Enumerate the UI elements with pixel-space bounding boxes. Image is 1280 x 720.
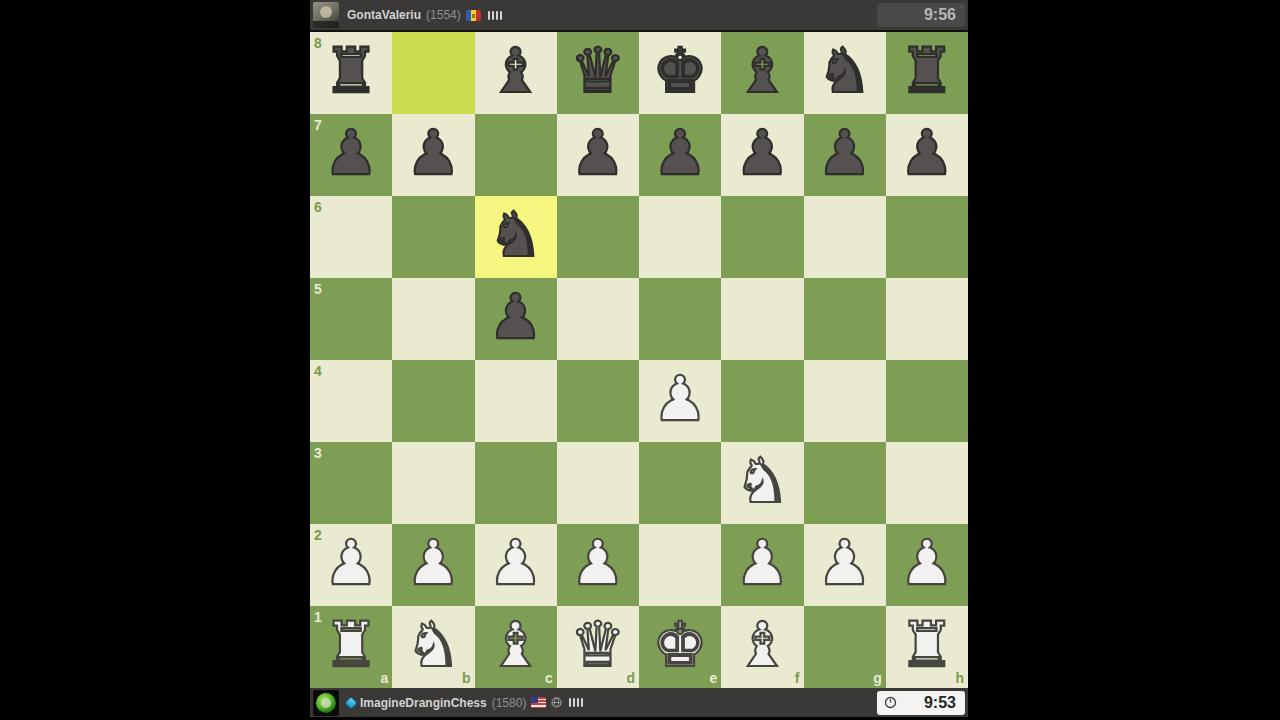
square-a4[interactable]: 4 — [310, 360, 392, 442]
piece-white-pawn-b2[interactable]: ♟ — [406, 532, 462, 594]
piece-black-queen-d8[interactable]: ♛ — [570, 40, 626, 102]
file-label-h: h — [955, 671, 964, 685]
file-label-e: e — [709, 671, 717, 685]
bottom-player-rating: (1580) — [492, 696, 527, 710]
piece-black-pawn-e7[interactable]: ♟ — [652, 122, 708, 184]
chess-board: 8♜♝♛♚♝♞♜7♟♟♟♟♟♟♟6♞5♟4♟3♞2♟♟♟♟♟♟♟1a♜b♞c♝d… — [310, 32, 968, 688]
square-g5[interactable] — [804, 278, 886, 360]
square-d7[interactable]: ♟ — [557, 114, 639, 196]
square-f8[interactable]: ♝ — [721, 32, 803, 114]
piece-black-pawn-a7[interactable]: ♟ — [323, 122, 379, 184]
square-f1[interactable]: f♝ — [721, 606, 803, 688]
file-label-d: d — [626, 671, 635, 685]
piece-black-rook-h8[interactable]: ♜ — [899, 40, 955, 102]
rank-label-3: 3 — [314, 446, 322, 460]
square-a6[interactable]: 6 — [310, 196, 392, 278]
square-h8[interactable]: ♜ — [886, 32, 968, 114]
piece-black-bishop-f8[interactable]: ♝ — [735, 40, 791, 102]
bottom-player-avatar[interactable] — [313, 690, 339, 716]
square-g6[interactable] — [804, 196, 886, 278]
square-h5[interactable] — [886, 278, 968, 360]
square-b4[interactable] — [392, 360, 474, 442]
square-d8[interactable]: ♛ — [557, 32, 639, 114]
piece-white-bishop-c1[interactable]: ♝ — [488, 614, 544, 676]
square-d3[interactable] — [557, 442, 639, 524]
rank-label-2: 2 — [314, 528, 322, 542]
piece-white-pawn-h2[interactable]: ♟ — [899, 532, 955, 594]
top-player-avatar[interactable] — [313, 2, 339, 28]
square-c3[interactable] — [475, 442, 557, 524]
piece-white-pawn-d2[interactable]: ♟ — [570, 532, 626, 594]
square-h7[interactable]: ♟ — [886, 114, 968, 196]
square-c8[interactable]: ♝ — [475, 32, 557, 114]
rank-label-5: 5 — [314, 282, 322, 296]
square-g2[interactable]: ♟ — [804, 524, 886, 606]
top-player-rating: (1554) — [426, 8, 461, 22]
piece-black-pawn-b7[interactable]: ♟ — [406, 122, 462, 184]
rank-label-1: 1 — [314, 610, 322, 624]
square-b3[interactable] — [392, 442, 474, 524]
square-e8[interactable]: ♚ — [639, 32, 721, 114]
bottom-player-name[interactable]: ImagineDranginChess — [360, 696, 487, 710]
top-player-name[interactable]: GontaValeriu — [347, 8, 421, 22]
square-h3[interactable] — [886, 442, 968, 524]
bottom-player-bar: ImagineDranginChess (1580) 9:53 — [310, 688, 968, 717]
piece-black-pawn-h7[interactable]: ♟ — [899, 122, 955, 184]
piece-black-rook-a8[interactable]: ♜ — [323, 40, 379, 102]
piece-black-pawn-f7[interactable]: ♟ — [735, 122, 791, 184]
piece-white-queen-d1[interactable]: ♛ — [570, 614, 626, 676]
piece-black-bishop-c8[interactable]: ♝ — [488, 40, 544, 102]
bottom-player-clock-time: 9:53 — [924, 694, 956, 712]
square-d2[interactable]: ♟ — [557, 524, 639, 606]
rank-label-7: 7 — [314, 118, 322, 132]
piece-black-pawn-d7[interactable]: ♟ — [570, 122, 626, 184]
square-a1[interactable]: 1a♜ — [310, 606, 392, 688]
piece-white-knight-b1[interactable]: ♞ — [406, 614, 462, 676]
square-e3[interactable] — [639, 442, 721, 524]
square-a7[interactable]: 7♟ — [310, 114, 392, 196]
top-player-name-row: GontaValeriu (1554) — [347, 8, 502, 22]
square-c6[interactable]: ♞ — [475, 196, 557, 278]
square-h6[interactable] — [886, 196, 968, 278]
square-g1[interactable]: g — [804, 606, 886, 688]
piece-white-pawn-a2[interactable]: ♟ — [323, 532, 379, 594]
clock-icon — [884, 696, 897, 709]
file-label-a: a — [380, 671, 388, 685]
piece-white-pawn-f2[interactable]: ♟ — [735, 532, 791, 594]
piece-black-knight-g8[interactable]: ♞ — [817, 40, 873, 102]
square-g8[interactable]: ♞ — [804, 32, 886, 114]
square-f2[interactable]: ♟ — [721, 524, 803, 606]
game-column: GontaValeriu (1554) 9:56 8♜♝♛♚♝♞♜7♟♟♟♟♟♟… — [310, 0, 968, 720]
square-a3[interactable]: 3 — [310, 442, 392, 524]
piece-black-king-e8[interactable]: ♚ — [652, 40, 708, 102]
square-g4[interactable] — [804, 360, 886, 442]
globe-icon — [551, 697, 562, 708]
square-a8[interactable]: 8♜ — [310, 32, 392, 114]
file-label-b: b — [462, 671, 471, 685]
piece-white-pawn-g2[interactable]: ♟ — [817, 532, 873, 594]
square-b7[interactable]: ♟ — [392, 114, 474, 196]
top-player-bar: GontaValeriu (1554) 9:56 — [310, 0, 968, 30]
usa-flag-icon — [531, 697, 546, 708]
file-label-g: g — [873, 671, 882, 685]
square-h1[interactable]: h♜ — [886, 606, 968, 688]
square-e4[interactable]: ♟ — [639, 360, 721, 442]
square-c5[interactable]: ♟ — [475, 278, 557, 360]
piece-black-knight-c6[interactable]: ♞ — [488, 204, 544, 266]
bottom-player-name-row: ImagineDranginChess (1580) — [347, 696, 583, 710]
signal-bars-icon — [569, 698, 583, 707]
square-e7[interactable]: ♟ — [639, 114, 721, 196]
square-g7[interactable]: ♟ — [804, 114, 886, 196]
square-f6[interactable] — [721, 196, 803, 278]
square-b1[interactable]: b♞ — [392, 606, 474, 688]
square-c1[interactable]: c♝ — [475, 606, 557, 688]
square-f3[interactable]: ♞ — [721, 442, 803, 524]
moldova-flag-icon — [466, 10, 481, 21]
rank-label-6: 6 — [314, 200, 322, 214]
piece-white-rook-h1[interactable]: ♜ — [899, 614, 955, 676]
file-label-f: f — [795, 671, 800, 685]
piece-white-pawn-c2[interactable]: ♟ — [488, 532, 544, 594]
square-d1[interactable]: d♛ — [557, 606, 639, 688]
rank-label-4: 4 — [314, 364, 322, 378]
bottom-player-clock: 9:53 — [877, 691, 965, 715]
piece-white-knight-f3[interactable]: ♞ — [735, 450, 791, 512]
file-label-c: c — [545, 671, 553, 685]
piece-white-bishop-f1[interactable]: ♝ — [735, 614, 791, 676]
square-d6[interactable] — [557, 196, 639, 278]
square-b6[interactable] — [392, 196, 474, 278]
square-a2[interactable]: 2♟ — [310, 524, 392, 606]
square-b5[interactable] — [392, 278, 474, 360]
square-d4[interactable] — [557, 360, 639, 442]
square-f4[interactable] — [721, 360, 803, 442]
piece-black-pawn-c5[interactable]: ♟ — [488, 286, 544, 348]
square-c2[interactable]: ♟ — [475, 524, 557, 606]
square-h4[interactable] — [886, 360, 968, 442]
square-e6[interactable] — [639, 196, 721, 278]
piece-white-pawn-e4[interactable]: ♟ — [652, 368, 708, 430]
square-e2[interactable] — [639, 524, 721, 606]
square-d5[interactable] — [557, 278, 639, 360]
membership-gem-icon — [345, 697, 356, 708]
piece-black-pawn-g7[interactable]: ♟ — [817, 122, 873, 184]
square-e1[interactable]: e♚ — [639, 606, 721, 688]
piece-white-rook-a1[interactable]: ♜ — [323, 614, 379, 676]
square-f5[interactable] — [721, 278, 803, 360]
square-b8[interactable] — [392, 32, 474, 114]
piece-white-king-e1[interactable]: ♚ — [652, 614, 708, 676]
square-g3[interactable] — [804, 442, 886, 524]
rank-label-8: 8 — [314, 36, 322, 50]
signal-bars-icon — [488, 11, 502, 20]
square-e5[interactable] — [639, 278, 721, 360]
square-c4[interactable] — [475, 360, 557, 442]
top-player-clock: 9:56 — [877, 3, 965, 27]
square-h2[interactable]: ♟ — [886, 524, 968, 606]
square-c7[interactable] — [475, 114, 557, 196]
square-f7[interactable]: ♟ — [721, 114, 803, 196]
square-a5[interactable]: 5 — [310, 278, 392, 360]
square-b2[interactable]: ♟ — [392, 524, 474, 606]
